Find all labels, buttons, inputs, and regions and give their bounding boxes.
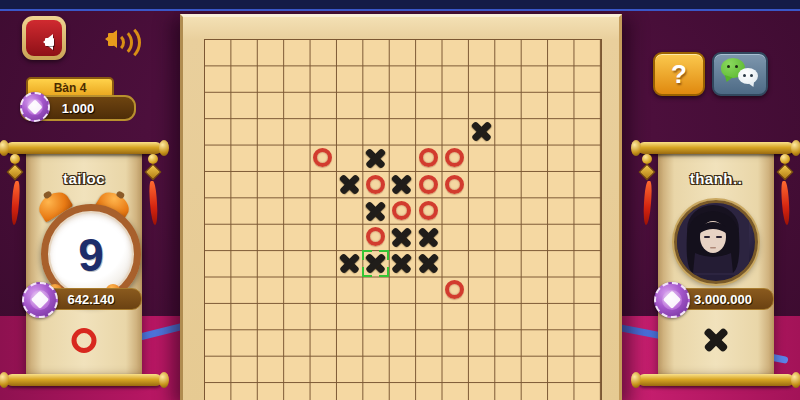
wechat-icon-tail xyxy=(722,75,733,87)
o-piece xyxy=(415,171,441,197)
o-piece xyxy=(389,197,415,223)
back-button-face xyxy=(26,20,62,56)
sound-button[interactable] xyxy=(96,22,136,56)
x-piece xyxy=(468,118,494,144)
x-piece-icon xyxy=(703,326,729,352)
wechat-icon-small-bubble xyxy=(738,68,758,84)
table-bet-bar: 1.000 xyxy=(20,95,136,121)
caro-board[interactable] xyxy=(204,39,602,400)
scroll-rod xyxy=(638,374,794,386)
tassel-ornament xyxy=(146,154,160,225)
player-name: thanh.. xyxy=(642,170,790,187)
chip-icon xyxy=(22,282,58,318)
o-piece xyxy=(310,145,336,171)
back-arrow-icon-tail xyxy=(45,38,54,46)
player-name: tailoc xyxy=(10,170,158,187)
tassel-ornament xyxy=(778,154,792,225)
tassel-ornament xyxy=(640,154,654,225)
sound-wave-icon xyxy=(102,23,141,62)
tassel-ornament xyxy=(8,154,22,225)
o-piece xyxy=(442,277,468,303)
table-bet-value: 1.000 xyxy=(62,101,95,116)
chip-icon xyxy=(654,282,690,318)
x-piece xyxy=(336,171,362,197)
x-piece xyxy=(362,145,388,171)
x-piece xyxy=(336,250,362,276)
scroll-rod xyxy=(6,142,162,154)
chip-icon xyxy=(20,92,50,122)
wechat-icon-small-tail xyxy=(749,81,758,91)
o-piece xyxy=(415,145,441,171)
o-piece xyxy=(415,197,441,223)
wechat-button[interactable] xyxy=(712,52,768,96)
x-piece xyxy=(389,171,415,197)
x-piece xyxy=(389,224,415,250)
o-piece xyxy=(362,224,388,250)
o-piece xyxy=(442,171,468,197)
status-bar xyxy=(0,0,800,11)
x-piece xyxy=(362,197,388,223)
scroll-rod xyxy=(638,142,794,154)
o-piece xyxy=(442,145,468,171)
player-chips-value: 642.140 xyxy=(68,292,115,307)
player-chips-value: 3.000.000 xyxy=(694,292,752,307)
player-panel-right: thanh.. 3.000.000 xyxy=(642,140,790,388)
x-piece xyxy=(415,224,441,250)
turn-timer-clock: 9 xyxy=(36,196,132,292)
help-button[interactable]: ? xyxy=(653,52,705,96)
table-number-label: Bàn 4 xyxy=(54,81,87,95)
avatar[interactable] xyxy=(674,200,758,284)
back-button[interactable] xyxy=(22,16,66,60)
last-move-marker xyxy=(362,250,388,276)
timer-seconds: 9 xyxy=(48,219,134,291)
scroll-rod xyxy=(6,374,162,386)
help-question-icon: ? xyxy=(671,59,687,90)
x-piece xyxy=(389,250,415,276)
board-frame xyxy=(180,14,622,400)
game-screen: Bàn 4 1.000 ? tailoc 9 642.140 xyxy=(0,0,800,400)
player-panel-left: tailoc 9 642.140 xyxy=(10,140,158,388)
o-piece-icon xyxy=(72,328,97,353)
x-piece xyxy=(415,250,441,276)
o-piece xyxy=(362,171,388,197)
